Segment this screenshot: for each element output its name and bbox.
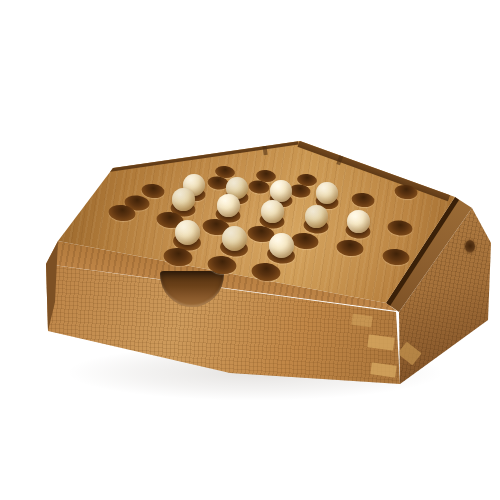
- solitaire-board: [0, 0, 500, 500]
- marble-r5c3[interactable]: [222, 226, 247, 251]
- hole-r2c6[interactable]: [394, 184, 419, 201]
- product-photo-scene: [0, 0, 500, 500]
- hole-r2c5[interactable]: [351, 192, 376, 209]
- marble-r5c4[interactable]: [269, 233, 294, 258]
- hole-r3c6[interactable]: [387, 219, 414, 237]
- marble-r3c4[interactable]: [305, 205, 328, 228]
- marble-r3c5[interactable]: [347, 210, 370, 233]
- hole-r4c5[interactable]: [336, 238, 365, 257]
- marble-r5c2[interactable]: [175, 220, 200, 245]
- hole-r6c3[interactable]: [207, 254, 238, 275]
- marble-r3c3[interactable]: [261, 200, 284, 223]
- marble-r3c2[interactable]: [217, 194, 240, 217]
- hole-r4c6[interactable]: [382, 247, 411, 266]
- hole-r4c4[interactable]: [291, 231, 320, 250]
- marble-r3c1[interactable]: [172, 188, 195, 211]
- hole-r6c4[interactable]: [251, 261, 282, 282]
